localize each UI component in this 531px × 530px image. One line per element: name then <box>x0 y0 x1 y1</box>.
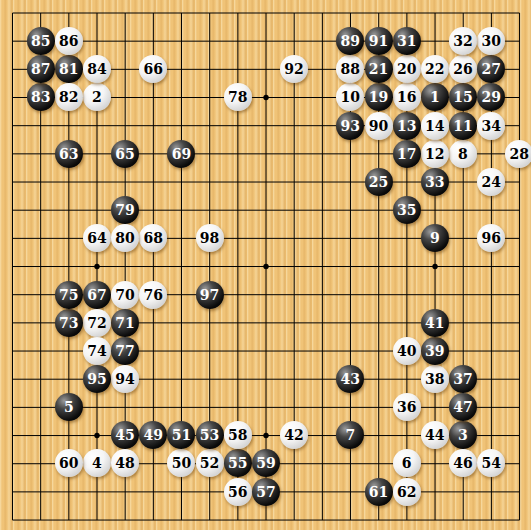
stone-9[interactable]: 9 <box>421 224 449 252</box>
stone-10[interactable]: 10 <box>336 83 364 111</box>
stone-11[interactable]: 11 <box>449 112 477 140</box>
stone-92[interactable]: 92 <box>280 55 308 83</box>
stone-22[interactable]: 22 <box>421 55 449 83</box>
stone-52[interactable]: 52 <box>196 449 224 477</box>
stone-64[interactable]: 64 <box>83 224 111 252</box>
stone-42[interactable]: 42 <box>280 421 308 449</box>
stone-34[interactable]: 34 <box>477 112 505 140</box>
stone-72[interactable]: 72 <box>83 309 111 337</box>
stone-44[interactable]: 44 <box>421 421 449 449</box>
stone-41[interactable]: 41 <box>421 309 449 337</box>
stone-13[interactable]: 13 <box>393 112 421 140</box>
stone-75[interactable]: 75 <box>55 281 83 309</box>
stone-46[interactable]: 46 <box>449 449 477 477</box>
stone-93[interactable]: 93 <box>336 112 364 140</box>
stone-57[interactable]: 57 <box>252 478 280 506</box>
stone-70[interactable]: 70 <box>111 281 139 309</box>
stone-28[interactable]: 28 <box>505 140 531 168</box>
stone-3[interactable]: 3 <box>449 421 477 449</box>
stone-80[interactable]: 80 <box>111 224 139 252</box>
stone-32[interactable]: 32 <box>449 27 477 55</box>
board-intersections[interactable]: 1234567891011121314151617192021222425262… <box>0 0 531 530</box>
stone-63[interactable]: 63 <box>55 140 83 168</box>
stone-4[interactable]: 4 <box>83 449 111 477</box>
stone-12[interactable]: 12 <box>421 140 449 168</box>
stone-48[interactable]: 48 <box>111 449 139 477</box>
stone-74[interactable]: 74 <box>83 337 111 365</box>
stone-16[interactable]: 16 <box>393 83 421 111</box>
stone-66[interactable]: 66 <box>139 55 167 83</box>
stone-35[interactable]: 35 <box>393 196 421 224</box>
stone-26[interactable]: 26 <box>449 55 477 83</box>
stone-54[interactable]: 54 <box>477 449 505 477</box>
stone-5[interactable]: 5 <box>55 393 83 421</box>
stone-69[interactable]: 69 <box>167 140 195 168</box>
stone-61[interactable]: 61 <box>365 478 393 506</box>
stone-14[interactable]: 14 <box>421 112 449 140</box>
stone-24[interactable]: 24 <box>477 168 505 196</box>
stone-43[interactable]: 43 <box>336 365 364 393</box>
stone-91[interactable]: 91 <box>365 27 393 55</box>
stone-8[interactable]: 8 <box>449 140 477 168</box>
stone-21[interactable]: 21 <box>365 55 393 83</box>
stone-84[interactable]: 84 <box>83 55 111 83</box>
stone-98[interactable]: 98 <box>196 224 224 252</box>
stone-17[interactable]: 17 <box>393 140 421 168</box>
stone-60[interactable]: 60 <box>55 449 83 477</box>
go-board-diagram: 1234567891011121314151617192021222425262… <box>0 0 531 530</box>
stone-31[interactable]: 31 <box>393 27 421 55</box>
stone-95[interactable]: 95 <box>83 365 111 393</box>
stone-83[interactable]: 83 <box>27 83 55 111</box>
stone-27[interactable]: 27 <box>477 55 505 83</box>
stone-51[interactable]: 51 <box>167 421 195 449</box>
stone-53[interactable]: 53 <box>196 421 224 449</box>
stone-20[interactable]: 20 <box>393 55 421 83</box>
stone-55[interactable]: 55 <box>224 449 252 477</box>
stone-87[interactable]: 87 <box>27 55 55 83</box>
stone-2[interactable]: 2 <box>83 83 111 111</box>
stone-29[interactable]: 29 <box>477 83 505 111</box>
stone-86[interactable]: 86 <box>55 27 83 55</box>
stone-67[interactable]: 67 <box>83 281 111 309</box>
stone-50[interactable]: 50 <box>167 449 195 477</box>
stone-30[interactable]: 30 <box>477 27 505 55</box>
stone-25[interactable]: 25 <box>365 168 393 196</box>
stone-45[interactable]: 45 <box>111 421 139 449</box>
stone-76[interactable]: 76 <box>139 281 167 309</box>
stone-90[interactable]: 90 <box>365 112 393 140</box>
stone-79[interactable]: 79 <box>111 196 139 224</box>
stone-65[interactable]: 65 <box>111 140 139 168</box>
stone-38[interactable]: 38 <box>421 365 449 393</box>
stone-37[interactable]: 37 <box>449 365 477 393</box>
stone-19[interactable]: 19 <box>365 83 393 111</box>
stone-82[interactable]: 82 <box>55 83 83 111</box>
stone-81[interactable]: 81 <box>55 55 83 83</box>
stone-77[interactable]: 77 <box>111 337 139 365</box>
stone-97[interactable]: 97 <box>196 281 224 309</box>
stone-71[interactable]: 71 <box>111 309 139 337</box>
stone-36[interactable]: 36 <box>393 393 421 421</box>
stone-6[interactable]: 6 <box>393 449 421 477</box>
stone-78[interactable]: 78 <box>224 83 252 111</box>
stone-62[interactable]: 62 <box>393 478 421 506</box>
stone-88[interactable]: 88 <box>336 55 364 83</box>
stone-1[interactable]: 1 <box>421 83 449 111</box>
stone-89[interactable]: 89 <box>336 27 364 55</box>
stone-59[interactable]: 59 <box>252 449 280 477</box>
stone-47[interactable]: 47 <box>449 393 477 421</box>
stone-49[interactable]: 49 <box>139 421 167 449</box>
stone-58[interactable]: 58 <box>224 421 252 449</box>
stone-73[interactable]: 73 <box>55 309 83 337</box>
stone-85[interactable]: 85 <box>27 27 55 55</box>
stone-40[interactable]: 40 <box>393 337 421 365</box>
stone-56[interactable]: 56 <box>224 478 252 506</box>
stone-39[interactable]: 39 <box>421 337 449 365</box>
stone-96[interactable]: 96 <box>477 224 505 252</box>
stone-94[interactable]: 94 <box>111 365 139 393</box>
stone-15[interactable]: 15 <box>449 83 477 111</box>
stone-68[interactable]: 68 <box>139 224 167 252</box>
stone-7[interactable]: 7 <box>336 421 364 449</box>
stone-33[interactable]: 33 <box>421 168 449 196</box>
